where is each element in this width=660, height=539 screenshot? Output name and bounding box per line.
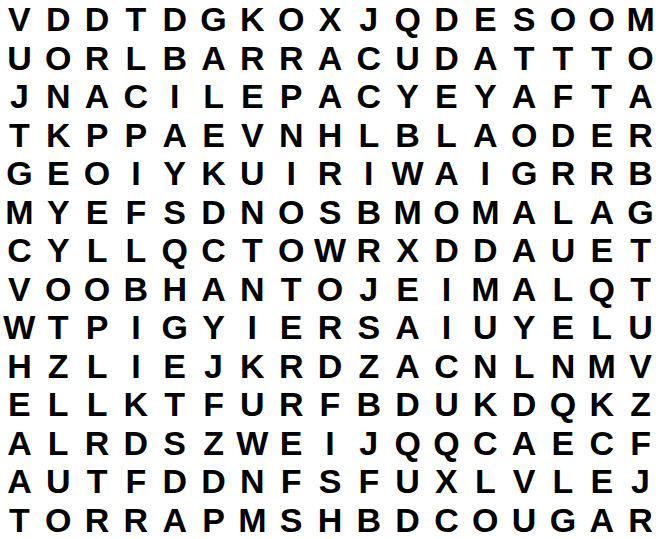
grid-cell[interactable]: C <box>427 347 466 386</box>
grid-cell[interactable]: O <box>621 39 660 78</box>
grid-cell[interactable]: F <box>311 385 350 424</box>
grid-cell[interactable]: N <box>544 347 583 386</box>
grid-cell[interactable]: T <box>0 501 39 539</box>
grid-cell[interactable]: X <box>311 0 350 39</box>
grid-cell[interactable]: A <box>505 424 544 463</box>
grid-cell[interactable]: H <box>311 116 350 155</box>
grid-cell[interactable]: C <box>0 231 39 270</box>
grid-cell[interactable]: R <box>582 154 621 193</box>
grid-cell[interactable]: I <box>116 347 155 386</box>
grid-cell[interactable]: U <box>39 462 78 501</box>
grid-cell[interactable]: M <box>466 270 505 309</box>
grid-cell[interactable]: N <box>272 116 311 155</box>
grid-cell[interactable]: S <box>311 462 350 501</box>
grid-cell[interactable]: I <box>466 154 505 193</box>
grid-cell[interactable]: H <box>0 347 39 386</box>
grid-cell[interactable]: T <box>582 77 621 116</box>
grid-cell[interactable]: I <box>427 308 466 347</box>
grid-cell[interactable]: E <box>39 154 78 193</box>
grid-cell[interactable]: K <box>116 385 155 424</box>
grid-cell[interactable]: M <box>388 193 427 232</box>
grid-cell[interactable]: T <box>155 385 194 424</box>
grid-cell[interactable]: N <box>233 462 272 501</box>
grid-cell[interactable]: W <box>388 154 427 193</box>
grid-cell[interactable]: T <box>621 270 660 309</box>
grid-cell[interactable]: L <box>78 347 117 386</box>
grid-cell[interactable]: L <box>544 270 583 309</box>
grid-cell[interactable]: S <box>505 0 544 39</box>
grid-cell[interactable]: G <box>155 308 194 347</box>
grid-cell[interactable]: E <box>544 308 583 347</box>
grid-cell[interactable]: E <box>427 77 466 116</box>
grid-cell[interactable]: R <box>272 347 311 386</box>
grid-cell[interactable]: Z <box>621 385 660 424</box>
grid-cell[interactable]: A <box>0 462 39 501</box>
grid-cell[interactable]: K <box>466 385 505 424</box>
grid-cell[interactable]: Q <box>427 424 466 463</box>
grid-cell[interactable]: C <box>194 231 233 270</box>
grid-cell[interactable]: M <box>621 0 660 39</box>
grid-cell[interactable]: V <box>0 270 39 309</box>
grid-cell[interactable]: E <box>0 385 39 424</box>
grid-cell[interactable]: C <box>582 424 621 463</box>
grid-cell[interactable]: I <box>116 154 155 193</box>
grid-cell[interactable]: D <box>427 0 466 39</box>
grid-cell[interactable]: U <box>388 462 427 501</box>
grid-cell[interactable]: C <box>466 424 505 463</box>
grid-cell[interactable]: O <box>582 0 621 39</box>
grid-cell[interactable]: Y <box>505 308 544 347</box>
grid-cell[interactable]: U <box>621 308 660 347</box>
grid-cell[interactable]: M <box>582 347 621 386</box>
grid-cell[interactable]: R <box>233 39 272 78</box>
grid-cell[interactable]: A <box>582 193 621 232</box>
grid-cell[interactable]: J <box>194 347 233 386</box>
grid-cell[interactable]: D <box>388 385 427 424</box>
grid-cell[interactable]: C <box>349 39 388 78</box>
grid-cell[interactable]: L <box>427 116 466 155</box>
grid-cell[interactable]: A <box>466 39 505 78</box>
grid-cell[interactable]: Q <box>388 424 427 463</box>
grid-cell[interactable]: F <box>272 462 311 501</box>
grid-cell[interactable]: R <box>311 154 350 193</box>
grid-cell[interactable]: T <box>544 39 583 78</box>
grid-cell[interactable]: X <box>388 231 427 270</box>
grid-cell[interactable]: Z <box>349 347 388 386</box>
grid-cell[interactable]: Q <box>582 270 621 309</box>
grid-cell[interactable]: D <box>155 462 194 501</box>
grid-cell[interactable]: E <box>544 424 583 463</box>
grid-cell[interactable]: J <box>349 270 388 309</box>
grid-cell[interactable]: G <box>194 0 233 39</box>
grid-cell[interactable]: L <box>582 308 621 347</box>
grid-cell[interactable]: E <box>582 231 621 270</box>
grid-cell[interactable]: L <box>544 193 583 232</box>
grid-cell[interactable]: E <box>388 270 427 309</box>
grid-cell[interactable]: Z <box>39 347 78 386</box>
grid-cell[interactable]: E <box>194 116 233 155</box>
grid-cell[interactable]: Q <box>544 385 583 424</box>
grid-cell[interactable]: D <box>427 231 466 270</box>
grid-cell[interactable]: Y <box>388 77 427 116</box>
grid-cell[interactable]: K <box>194 154 233 193</box>
grid-cell[interactable]: T <box>0 116 39 155</box>
grid-cell[interactable]: Y <box>466 77 505 116</box>
grid-cell[interactable]: I <box>116 308 155 347</box>
grid-cell[interactable]: S <box>349 308 388 347</box>
grid-cell[interactable]: J <box>349 424 388 463</box>
grid-cell[interactable]: R <box>272 39 311 78</box>
grid-cell[interactable]: U <box>388 39 427 78</box>
grid-cell[interactable]: B <box>116 270 155 309</box>
grid-cell[interactable]: T <box>621 231 660 270</box>
grid-cell[interactable]: S <box>155 193 194 232</box>
grid-cell[interactable]: L <box>116 231 155 270</box>
grid-cell[interactable]: C <box>116 77 155 116</box>
grid-cell[interactable]: D <box>311 347 350 386</box>
grid-cell[interactable]: T <box>78 462 117 501</box>
grid-cell[interactable]: F <box>621 424 660 463</box>
grid-cell[interactable]: A <box>0 424 39 463</box>
grid-cell[interactable]: D <box>194 193 233 232</box>
grid-cell[interactable]: O <box>39 501 78 539</box>
grid-cell[interactable]: K <box>233 347 272 386</box>
grid-cell[interactable]: W <box>311 231 350 270</box>
grid-cell[interactable]: L <box>544 462 583 501</box>
grid-cell[interactable]: V <box>0 0 39 39</box>
grid-cell[interactable]: A <box>505 270 544 309</box>
grid-cell[interactable]: A <box>466 116 505 155</box>
grid-cell[interactable]: J <box>0 77 39 116</box>
grid-cell[interactable]: Y <box>194 308 233 347</box>
grid-cell[interactable]: V <box>621 347 660 386</box>
grid-cell[interactable]: K <box>582 385 621 424</box>
grid-cell[interactable]: P <box>194 501 233 539</box>
grid-cell[interactable]: U <box>233 385 272 424</box>
grid-cell[interactable]: A <box>311 77 350 116</box>
grid-cell[interactable]: A <box>505 77 544 116</box>
grid-cell[interactable]: P <box>272 77 311 116</box>
grid-cell[interactable]: R <box>116 501 155 539</box>
grid-cell[interactable]: E <box>233 77 272 116</box>
grid-cell[interactable]: H <box>311 501 350 539</box>
grid-cell[interactable]: D <box>388 501 427 539</box>
grid-cell[interactable]: L <box>78 385 117 424</box>
grid-cell[interactable]: G <box>544 501 583 539</box>
grid-cell[interactable]: O <box>311 270 350 309</box>
grid-cell[interactable]: O <box>466 501 505 539</box>
grid-cell[interactable]: E <box>272 424 311 463</box>
grid-cell[interactable]: O <box>544 0 583 39</box>
grid-cell[interactable]: M <box>0 193 39 232</box>
grid-cell[interactable]: R <box>78 424 117 463</box>
grid-cell[interactable]: I <box>427 270 466 309</box>
grid-cell[interactable]: N <box>39 77 78 116</box>
grid-cell[interactable]: U <box>466 308 505 347</box>
grid-cell[interactable]: A <box>388 308 427 347</box>
grid-cell[interactable]: R <box>349 231 388 270</box>
grid-cell[interactable]: O <box>427 193 466 232</box>
grid-cell[interactable]: Q <box>388 0 427 39</box>
grid-cell[interactable]: E <box>582 116 621 155</box>
grid-cell[interactable]: A <box>155 501 194 539</box>
grid-cell[interactable]: T <box>505 39 544 78</box>
grid-cell[interactable]: B <box>349 385 388 424</box>
grid-cell[interactable]: B <box>388 116 427 155</box>
grid-cell[interactable]: L <box>78 231 117 270</box>
grid-cell[interactable]: O <box>272 0 311 39</box>
grid-cell[interactable]: W <box>0 308 39 347</box>
grid-cell[interactable]: D <box>155 0 194 39</box>
grid-cell[interactable]: T <box>116 0 155 39</box>
grid-cell[interactable]: O <box>78 270 117 309</box>
grid-cell[interactable]: D <box>116 424 155 463</box>
grid-cell[interactable]: I <box>233 308 272 347</box>
grid-cell[interactable]: G <box>0 154 39 193</box>
grid-cell[interactable]: V <box>505 462 544 501</box>
grid-cell[interactable]: O <box>272 193 311 232</box>
grid-cell[interactable]: D <box>466 231 505 270</box>
grid-cell[interactable]: N <box>233 270 272 309</box>
grid-cell[interactable]: T <box>233 231 272 270</box>
grid-cell[interactable]: L <box>39 424 78 463</box>
grid-cell[interactable]: R <box>272 385 311 424</box>
grid-cell[interactable]: F <box>116 462 155 501</box>
grid-cell[interactable]: I <box>311 424 350 463</box>
grid-cell[interactable]: T <box>39 308 78 347</box>
grid-cell[interactable]: A <box>155 116 194 155</box>
grid-cell[interactable]: A <box>505 231 544 270</box>
grid-cell[interactable]: O <box>272 231 311 270</box>
grid-cell[interactable]: K <box>233 0 272 39</box>
grid-cell[interactable]: O <box>39 39 78 78</box>
grid-cell[interactable]: R <box>78 501 117 539</box>
grid-cell[interactable]: L <box>116 39 155 78</box>
grid-cell[interactable]: Y <box>155 154 194 193</box>
word-search-page: VDDTDGKOXJQDESOOMUORLBARRACUDATTTOJNACIL… <box>0 0 660 539</box>
grid-cell[interactable]: D <box>505 385 544 424</box>
grid-cell[interactable]: D <box>39 0 78 39</box>
word-search-grid: VDDTDGKOXJQDESOOMUORLBARRACUDATTTOJNACIL… <box>0 0 660 539</box>
grid-cell[interactable]: K <box>39 116 78 155</box>
grid-cell[interactable]: L <box>194 77 233 116</box>
grid-cell[interactable]: U <box>0 39 39 78</box>
grid-cell[interactable]: N <box>466 347 505 386</box>
grid-cell[interactable]: A <box>194 270 233 309</box>
grid-cell[interactable]: P <box>78 116 117 155</box>
grid-cell[interactable]: E <box>466 0 505 39</box>
grid-cell[interactable]: P <box>116 116 155 155</box>
grid-cell[interactable]: E <box>582 462 621 501</box>
grid-cell[interactable]: P <box>78 308 117 347</box>
grid-cell[interactable]: A <box>582 501 621 539</box>
grid-cell[interactable]: E <box>155 347 194 386</box>
grid-cell[interactable]: L <box>466 462 505 501</box>
grid-cell[interactable]: A <box>388 347 427 386</box>
grid-cell[interactable]: L <box>39 385 78 424</box>
grid-cell[interactable]: B <box>349 193 388 232</box>
grid-cell[interactable]: E <box>272 308 311 347</box>
grid-cell[interactable]: I <box>155 77 194 116</box>
grid-cell[interactable]: Q <box>155 231 194 270</box>
grid-cell[interactable]: M <box>466 193 505 232</box>
grid-cell[interactable]: M <box>233 501 272 539</box>
grid-cell[interactable]: D <box>78 0 117 39</box>
grid-cell[interactable]: H <box>155 270 194 309</box>
grid-cell[interactable]: U <box>233 154 272 193</box>
grid-cell[interactable]: F <box>349 462 388 501</box>
grid-cell[interactable]: L <box>505 347 544 386</box>
grid-cell[interactable]: F <box>544 77 583 116</box>
grid-cell[interactable]: A <box>78 77 117 116</box>
grid-cell[interactable]: Z <box>194 424 233 463</box>
grid-cell[interactable]: C <box>349 77 388 116</box>
grid-cell[interactable]: N <box>233 193 272 232</box>
grid-cell[interactable]: I <box>349 154 388 193</box>
grid-cell[interactable]: R <box>78 39 117 78</box>
grid-cell[interactable]: O <box>39 270 78 309</box>
grid-cell[interactable]: U <box>427 385 466 424</box>
grid-cell[interactable]: U <box>505 501 544 539</box>
grid-cell[interactable]: A <box>427 154 466 193</box>
grid-cell[interactable]: C <box>427 501 466 539</box>
grid-cell[interactable]: B <box>349 501 388 539</box>
grid-cell[interactable]: A <box>621 77 660 116</box>
grid-cell[interactable]: B <box>621 154 660 193</box>
grid-cell[interactable]: J <box>621 462 660 501</box>
grid-cell[interactable]: R <box>621 501 660 539</box>
grid-cell[interactable]: G <box>621 193 660 232</box>
grid-cell[interactable]: J <box>349 0 388 39</box>
grid-cell[interactable]: A <box>311 39 350 78</box>
grid-cell[interactable]: U <box>544 231 583 270</box>
grid-cell[interactable]: S <box>272 501 311 539</box>
grid-cell[interactable]: F <box>116 193 155 232</box>
grid-cell[interactable]: D <box>427 39 466 78</box>
grid-cell[interactable]: Y <box>39 193 78 232</box>
grid-cell[interactable]: W <box>233 424 272 463</box>
grid-cell[interactable]: L <box>349 116 388 155</box>
grid-cell[interactable]: D <box>544 116 583 155</box>
grid-cell[interactable]: A <box>505 193 544 232</box>
grid-cell[interactable]: D <box>194 462 233 501</box>
grid-cell[interactable]: Y <box>39 231 78 270</box>
grid-cell[interactable]: G <box>505 154 544 193</box>
grid-cell[interactable]: S <box>155 424 194 463</box>
grid-cell[interactable]: V <box>233 116 272 155</box>
grid-cell[interactable]: R <box>544 154 583 193</box>
grid-cell[interactable]: I <box>272 154 311 193</box>
grid-cell[interactable]: R <box>311 308 350 347</box>
grid-cell[interactable]: R <box>621 116 660 155</box>
grid-cell[interactable]: T <box>272 270 311 309</box>
grid-cell[interactable]: X <box>427 462 466 501</box>
grid-cell[interactable]: O <box>78 154 117 193</box>
grid-cell[interactable]: B <box>155 39 194 78</box>
grid-cell[interactable]: O <box>505 116 544 155</box>
grid-cell[interactable]: F <box>194 385 233 424</box>
grid-cell[interactable]: A <box>194 39 233 78</box>
grid-cell[interactable]: E <box>78 193 117 232</box>
grid-cell[interactable]: T <box>582 39 621 78</box>
grid-cell[interactable]: S <box>311 193 350 232</box>
